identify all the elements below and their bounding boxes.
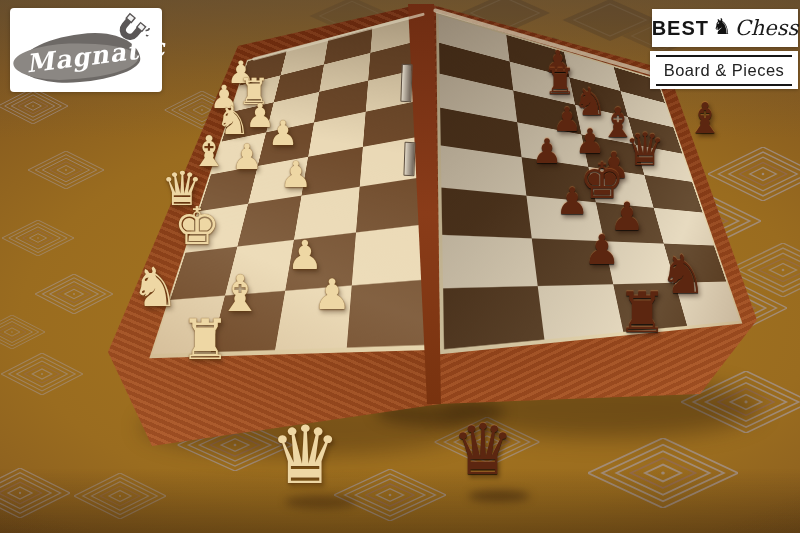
best-chess-badge: BEST ♞ Chess: [652, 9, 798, 47]
white-pawn: ♟: [280, 157, 312, 193]
dark-pawn: ♟: [584, 230, 621, 271]
white-pawn: ♟: [268, 116, 298, 150]
dark-queen: ♛: [452, 415, 515, 485]
white-pawn: ♟: [231, 140, 262, 175]
product-photo-scene: ♜♞♝♛♚♝♞♜♟♟♟♟♟♟♟♟♜♞♝♛♚♝♞♜♟♟♟♟♟♟♟♟♛♛ Magna…: [0, 0, 800, 533]
board-square: [443, 286, 544, 349]
white-king: ♚: [174, 200, 221, 252]
cloth-diamond-motif: [2, 220, 74, 260]
hinge-plate-icon: [403, 142, 415, 176]
dark-pawn: ♟: [532, 134, 562, 168]
board-square: [352, 224, 426, 285]
magnetic-badge: Magnatic: [10, 8, 162, 92]
cloth-diamond-motif: [1, 353, 83, 399]
board-square: [441, 188, 531, 239]
chess-label: Chess: [735, 16, 799, 40]
magnet-icon: [110, 14, 146, 54]
dark-queen: ♛: [625, 127, 665, 172]
cloth-diamond-motif: [334, 469, 446, 525]
cloth-diamond-motif: [0, 315, 45, 353]
white-queen: ♛: [269, 416, 341, 496]
dark-bishop: ♝: [686, 98, 724, 140]
knight-icon: ♞: [712, 14, 732, 39]
cloth-diamond-motif: [28, 151, 104, 193]
cloth-diamond-motif: [35, 274, 113, 318]
dark-pawn: ♟: [555, 183, 588, 220]
white-knight: ♞: [131, 261, 179, 315]
hinge-plate-icon: [400, 64, 412, 102]
board-square: [347, 280, 427, 348]
dark-rook: ♜: [617, 285, 667, 341]
board-square: [442, 235, 537, 288]
board-and-pieces-badge: Board & Pieces: [650, 51, 798, 89]
cloth-diamond-motif: [0, 88, 68, 128]
dark-rook: ♜: [544, 64, 576, 100]
board-square: [538, 284, 624, 339]
cloth-diamond-motif: [74, 473, 166, 523]
white-pawn: ♟: [313, 274, 351, 316]
cloth-diamond-motif: [588, 438, 738, 512]
cloth-diamond-motif: [0, 468, 70, 522]
board-square: [356, 177, 424, 232]
best-label: BEST: [652, 17, 709, 40]
white-rook: ♜: [180, 312, 230, 368]
tagline-label: Board & Pieces: [656, 55, 792, 86]
